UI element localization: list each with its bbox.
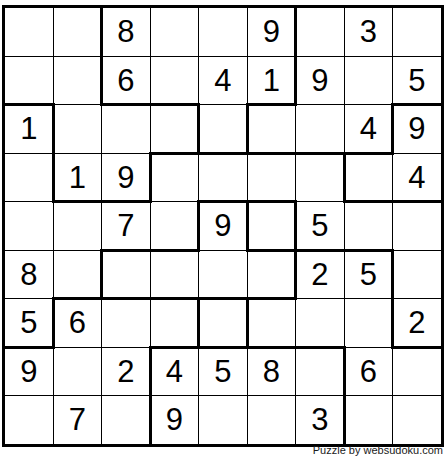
cell-r6c8-given: 5 (345, 251, 393, 299)
cell-r5c4[interactable] (151, 202, 199, 250)
cell-r6c1-given: 8 (5, 251, 53, 299)
cell-r7c3[interactable] (102, 299, 150, 347)
cell-r6c4[interactable] (151, 251, 199, 299)
cell-r2c1[interactable] (5, 57, 53, 105)
cell-r8c8-given: 6 (345, 348, 393, 396)
sudoku-board: 89364195149194795825562924586793 (2, 5, 444, 447)
cell-r8c9[interactable] (393, 348, 441, 396)
cell-r2c7-given: 9 (296, 57, 344, 105)
cell-r9c3[interactable] (102, 396, 150, 444)
cell-r9c2-given: 7 (54, 396, 102, 444)
cell-r7c4[interactable] (151, 299, 199, 347)
cell-r8c5-given: 5 (199, 348, 247, 396)
cell-r2c3-given: 6 (102, 57, 150, 105)
cell-r3c3[interactable] (102, 105, 150, 153)
cell-r9c5[interactable] (199, 396, 247, 444)
cell-r1c7[interactable] (296, 8, 344, 56)
cell-r7c5[interactable] (199, 299, 247, 347)
cell-r4c9-given: 4 (393, 154, 441, 202)
cell-r1c6-given: 9 (248, 8, 296, 56)
cell-r4c4[interactable] (151, 154, 199, 202)
cell-r5c1[interactable] (5, 202, 53, 250)
cell-r5c5-given: 9 (199, 202, 247, 250)
cell-r7c6[interactable] (248, 299, 296, 347)
cell-r4c6[interactable] (248, 154, 296, 202)
cell-r2c2[interactable] (54, 57, 102, 105)
cell-r1c9[interactable] (393, 8, 441, 56)
cell-r4c2-given: 1 (54, 154, 102, 202)
cell-r6c2[interactable] (54, 251, 102, 299)
cell-r9c4-given: 9 (151, 396, 199, 444)
cell-r2c6-given: 1 (248, 57, 296, 105)
cell-r8c3-given: 2 (102, 348, 150, 396)
cell-r1c2[interactable] (54, 8, 102, 56)
cell-r5c6[interactable] (248, 202, 296, 250)
cell-r7c1-given: 5 (5, 299, 53, 347)
cell-r3c5[interactable] (199, 105, 247, 153)
cell-r4c1[interactable] (5, 154, 53, 202)
cell-r3c6[interactable] (248, 105, 296, 153)
cell-r6c9[interactable] (393, 251, 441, 299)
cell-r5c9[interactable] (393, 202, 441, 250)
cell-r9c7-given: 3 (296, 396, 344, 444)
cell-r9c9[interactable] (393, 396, 441, 444)
cell-r1c4[interactable] (151, 8, 199, 56)
cell-r2c4[interactable] (151, 57, 199, 105)
credit-text: Puzzle by websudoku.com (313, 444, 443, 456)
cell-r8c4-given: 4 (151, 348, 199, 396)
cell-r1c3-given: 8 (102, 8, 150, 56)
cell-r8c1-given: 9 (5, 348, 53, 396)
cell-r4c7[interactable] (296, 154, 344, 202)
cell-r2c9-given: 5 (393, 57, 441, 105)
cell-r8c2[interactable] (54, 348, 102, 396)
cell-r6c5[interactable] (199, 251, 247, 299)
cell-r6c3[interactable] (102, 251, 150, 299)
cell-r1c5[interactable] (199, 8, 247, 56)
cell-r7c7[interactable] (296, 299, 344, 347)
cell-r8c7[interactable] (296, 348, 344, 396)
cell-r4c5[interactable] (199, 154, 247, 202)
cell-r5c2[interactable] (54, 202, 102, 250)
cell-r2c5-given: 4 (199, 57, 247, 105)
cell-r6c6[interactable] (248, 251, 296, 299)
cell-r7c2-given: 6 (54, 299, 102, 347)
cell-r7c8[interactable] (345, 299, 393, 347)
cell-r3c8-given: 4 (345, 105, 393, 153)
cell-r1c1[interactable] (5, 8, 53, 56)
cell-r3c2[interactable] (54, 105, 102, 153)
cell-r4c3-given: 9 (102, 154, 150, 202)
cell-r5c8[interactable] (345, 202, 393, 250)
cell-r3c4[interactable] (151, 105, 199, 153)
cell-r3c7[interactable] (296, 105, 344, 153)
cell-r7c9-given: 2 (393, 299, 441, 347)
cell-r2c8[interactable] (345, 57, 393, 105)
cell-r4c8[interactable] (345, 154, 393, 202)
cell-r5c7-given: 5 (296, 202, 344, 250)
cell-r3c1-given: 1 (5, 105, 53, 153)
cell-r8c6-given: 8 (248, 348, 296, 396)
cell-r9c1[interactable] (5, 396, 53, 444)
cell-r1c8-given: 3 (345, 8, 393, 56)
cell-r6c7-given: 2 (296, 251, 344, 299)
cell-r5c3-given: 7 (102, 202, 150, 250)
cell-r9c8[interactable] (345, 396, 393, 444)
cell-r9c6[interactable] (248, 396, 296, 444)
cell-r3c9-given: 9 (393, 105, 441, 153)
